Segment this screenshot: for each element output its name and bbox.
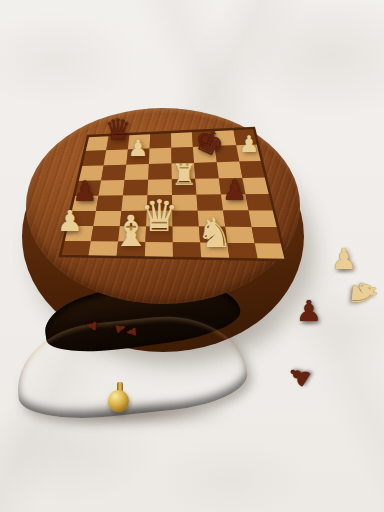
piece-dark-pawn-fallen[interactable]: ♟ [277, 349, 323, 402]
piece-light-rook-e5[interactable]: ♜ [160, 161, 208, 190]
piece-light-pawn-c7[interactable]: ♟ [114, 137, 162, 160]
piece-light-knight-fallen[interactable]: ♞ [344, 268, 382, 319]
piece-dark-pawn-fallen[interactable]: ♟ [83, 302, 100, 351]
piece-light-knight-f1[interactable]: ♞ [191, 213, 239, 254]
piece-dark-pawn-g4[interactable]: ♟ [211, 177, 259, 205]
piece-light-pawn[interactable]: ♟ [46, 207, 94, 236]
pieces-layer: ♛♟♚♟♜♟♟♟♛♝♞♟♞♟♟♟♟♟ [0, 0, 384, 512]
piece-dark-pawn-a4[interactable]: ♟ [61, 178, 109, 206]
piece-dark-pawn[interactable]: ♟ [285, 297, 333, 326]
piece-light-bishop-c1[interactable]: ♝ [107, 210, 155, 253]
marble-surface: ♛♟♚♟♜♟♟♟♛♝♞♟♞♟♟♟♟♟ [0, 0, 384, 512]
